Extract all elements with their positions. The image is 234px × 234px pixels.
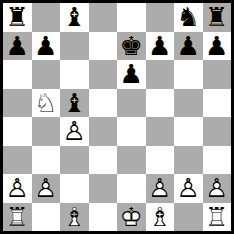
- black-rook-icon: ♜: [3, 3, 32, 32]
- square-g1[interactable]: [174, 203, 203, 232]
- white-pawn-icon: ♙: [146, 174, 175, 203]
- square-d6[interactable]: [89, 60, 118, 89]
- piece-white-pawn[interactable]: ♟♙: [60, 117, 89, 146]
- square-d2[interactable]: [89, 174, 118, 203]
- white-rook-icon: ♖: [203, 203, 232, 232]
- square-h3[interactable]: [203, 146, 232, 175]
- white-knight-icon: ♘: [32, 89, 61, 118]
- square-a7[interactable]: ♟: [3, 32, 32, 61]
- white-pawn-icon: ♙: [60, 117, 89, 146]
- piece-white-pawn[interactable]: ♟♙: [146, 174, 175, 203]
- piece-white-rook[interactable]: ♜♖: [203, 203, 232, 232]
- piece-black-rook[interactable]: ♜: [203, 3, 232, 32]
- square-a2[interactable]: ♟♙: [3, 174, 32, 203]
- chess-board-frame: ♜♝♞♜♟♟♚♟♟♟♟♞♘♝♟♙♟♙♟♙♟♙♟♙♟♙♜♖♝♗♚♔♝♗♜♖: [0, 0, 234, 234]
- white-bishop-icon: ♗: [146, 203, 175, 232]
- black-king-icon: ♚: [117, 32, 146, 61]
- piece-black-pawn[interactable]: ♟: [146, 32, 175, 61]
- piece-white-bishop[interactable]: ♝♗: [60, 203, 89, 232]
- square-d5[interactable]: [89, 89, 118, 118]
- square-d1[interactable]: [89, 203, 118, 232]
- white-pawn-icon: ♙: [32, 174, 61, 203]
- square-d8[interactable]: [89, 3, 118, 32]
- white-bishop-icon: ♗: [60, 203, 89, 232]
- piece-black-pawn[interactable]: ♟: [117, 60, 146, 89]
- white-king-icon: ♔: [117, 203, 146, 232]
- square-e5[interactable]: [117, 89, 146, 118]
- piece-black-bishop[interactable]: ♝: [60, 3, 89, 32]
- square-b1[interactable]: [32, 203, 61, 232]
- square-g6[interactable]: [174, 60, 203, 89]
- square-f2[interactable]: ♟♙: [146, 174, 175, 203]
- square-e1[interactable]: ♚♔: [117, 203, 146, 232]
- square-c5[interactable]: ♝: [60, 89, 89, 118]
- square-g8[interactable]: ♞: [174, 3, 203, 32]
- piece-white-pawn[interactable]: ♟♙: [3, 174, 32, 203]
- square-a4[interactable]: [3, 117, 32, 146]
- piece-white-pawn[interactable]: ♟♙: [32, 174, 61, 203]
- square-g4[interactable]: [174, 117, 203, 146]
- square-b7[interactable]: ♟: [32, 32, 61, 61]
- black-pawn-icon: ♟: [117, 60, 146, 89]
- square-h7[interactable]: ♟: [203, 32, 232, 61]
- black-pawn-icon: ♟: [203, 32, 232, 61]
- square-f8[interactable]: [146, 3, 175, 32]
- white-rook-icon: ♖: [3, 203, 32, 232]
- square-h5[interactable]: [203, 89, 232, 118]
- square-e7[interactable]: ♚: [117, 32, 146, 61]
- piece-white-pawn[interactable]: ♟♙: [203, 174, 232, 203]
- square-g5[interactable]: [174, 89, 203, 118]
- white-pawn-icon: ♙: [174, 174, 203, 203]
- square-f1[interactable]: ♝♗: [146, 203, 175, 232]
- square-f5[interactable]: [146, 89, 175, 118]
- black-pawn-icon: ♟: [3, 32, 32, 61]
- chess-board: ♜♝♞♜♟♟♚♟♟♟♟♞♘♝♟♙♟♙♟♙♟♙♟♙♟♙♜♖♝♗♚♔♝♗♜♖: [3, 3, 231, 231]
- square-b5[interactable]: ♞♘: [32, 89, 61, 118]
- black-pawn-icon: ♟: [32, 32, 61, 61]
- white-pawn-icon: ♙: [203, 174, 232, 203]
- square-f4[interactable]: [146, 117, 175, 146]
- square-f6[interactable]: [146, 60, 175, 89]
- square-b4[interactable]: [32, 117, 61, 146]
- black-bishop-icon: ♝: [60, 3, 89, 32]
- square-b3[interactable]: [32, 146, 61, 175]
- square-d7[interactable]: [89, 32, 118, 61]
- square-b8[interactable]: [32, 3, 61, 32]
- piece-white-king[interactable]: ♚♔: [117, 203, 146, 232]
- square-a5[interactable]: [3, 89, 32, 118]
- piece-black-king[interactable]: ♚: [117, 32, 146, 61]
- square-g7[interactable]: ♟: [174, 32, 203, 61]
- piece-black-pawn[interactable]: ♟: [203, 32, 232, 61]
- piece-black-rook[interactable]: ♜: [3, 3, 32, 32]
- square-d3[interactable]: [89, 146, 118, 175]
- square-c4[interactable]: ♟♙: [60, 117, 89, 146]
- square-f7[interactable]: ♟: [146, 32, 175, 61]
- square-h1[interactable]: ♜♖: [203, 203, 232, 232]
- black-pawn-icon: ♟: [174, 32, 203, 61]
- square-a1[interactable]: ♜♖: [3, 203, 32, 232]
- square-g3[interactable]: [174, 146, 203, 175]
- square-h6[interactable]: [203, 60, 232, 89]
- square-h2[interactable]: ♟♙: [203, 174, 232, 203]
- square-e4[interactable]: [117, 117, 146, 146]
- black-knight-icon: ♞: [174, 3, 203, 32]
- square-c8[interactable]: ♝: [60, 3, 89, 32]
- black-rook-icon: ♜: [203, 3, 232, 32]
- square-b6[interactable]: [32, 60, 61, 89]
- piece-black-pawn[interactable]: ♟: [32, 32, 61, 61]
- square-c6[interactable]: [60, 60, 89, 89]
- piece-black-bishop[interactable]: ♝: [60, 89, 89, 118]
- black-pawn-icon: ♟: [146, 32, 175, 61]
- square-a8[interactable]: ♜: [3, 3, 32, 32]
- piece-white-pawn[interactable]: ♟♙: [174, 174, 203, 203]
- piece-white-bishop[interactable]: ♝♗: [146, 203, 175, 232]
- square-b2[interactable]: ♟♙: [32, 174, 61, 203]
- piece-white-knight[interactable]: ♞♘: [32, 89, 61, 118]
- square-h8[interactable]: ♜: [203, 3, 232, 32]
- white-pawn-icon: ♙: [3, 174, 32, 203]
- piece-white-rook[interactable]: ♜♖: [3, 203, 32, 232]
- black-bishop-icon: ♝: [60, 89, 89, 118]
- square-a6[interactable]: [3, 60, 32, 89]
- square-g2[interactable]: ♟♙: [174, 174, 203, 203]
- square-e3[interactable]: [117, 146, 146, 175]
- square-h4[interactable]: [203, 117, 232, 146]
- piece-black-pawn[interactable]: ♟: [3, 32, 32, 61]
- square-c3[interactable]: [60, 146, 89, 175]
- piece-black-pawn[interactable]: ♟: [174, 32, 203, 61]
- piece-black-knight[interactable]: ♞: [174, 3, 203, 32]
- square-c2[interactable]: [60, 174, 89, 203]
- square-e8[interactable]: [117, 3, 146, 32]
- square-f3[interactable]: [146, 146, 175, 175]
- square-e2[interactable]: [117, 174, 146, 203]
- square-e6[interactable]: ♟: [117, 60, 146, 89]
- square-a3[interactable]: [3, 146, 32, 175]
- square-c1[interactable]: ♝♗: [60, 203, 89, 232]
- square-c7[interactable]: [60, 32, 89, 61]
- square-d4[interactable]: [89, 117, 118, 146]
